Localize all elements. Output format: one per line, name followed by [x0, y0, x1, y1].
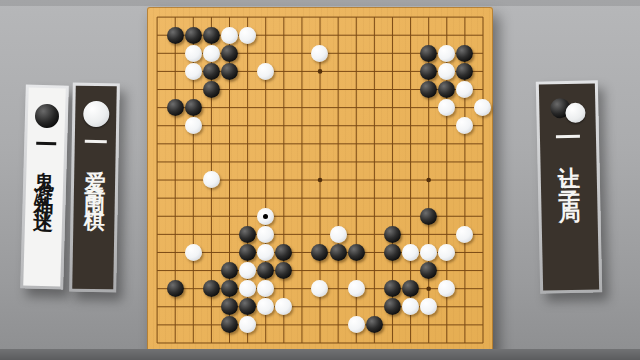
- board-intersection[interactable]: [365, 80, 383, 98]
- board-intersection[interactable]: [293, 135, 311, 153]
- board-intersection[interactable]: [220, 117, 238, 135]
- board-intersection[interactable]: [456, 8, 474, 26]
- board-intersection[interactable]: [456, 298, 474, 316]
- board-intersection[interactable]: [257, 26, 275, 44]
- board-intersection[interactable]: [293, 261, 311, 279]
- board-intersection[interactable]: [239, 171, 257, 189]
- board-intersection[interactable]: [202, 280, 220, 298]
- board-intersection[interactable]: [420, 117, 438, 135]
- board-intersection[interactable]: [383, 280, 401, 298]
- board-intersection[interactable]: [438, 280, 456, 298]
- board-intersection[interactable]: [239, 243, 257, 261]
- board-intersection[interactable]: [166, 280, 184, 298]
- board-intersection[interactable]: [257, 243, 275, 261]
- board-intersection[interactable]: [456, 135, 474, 153]
- board-intersection[interactable]: [456, 225, 474, 243]
- board-intersection[interactable]: [275, 80, 293, 98]
- board-intersection[interactable]: [293, 189, 311, 207]
- board-intersection[interactable]: [257, 80, 275, 98]
- board-intersection[interactable]: [239, 225, 257, 243]
- board-intersection[interactable]: [148, 99, 166, 117]
- board-intersection[interactable]: [474, 62, 492, 80]
- board-intersection[interactable]: [420, 99, 438, 117]
- board-intersection[interactable]: [401, 8, 419, 26]
- board-intersection[interactable]: [438, 62, 456, 80]
- board-intersection[interactable]: [311, 99, 329, 117]
- board-intersection[interactable]: [166, 153, 184, 171]
- board-intersection[interactable]: [401, 207, 419, 225]
- board-intersection[interactable]: [275, 316, 293, 334]
- board-intersection[interactable]: [311, 261, 329, 279]
- board-intersection[interactable]: [420, 135, 438, 153]
- board-intersection[interactable]: [184, 225, 202, 243]
- board-intersection[interactable]: [420, 80, 438, 98]
- board-intersection[interactable]: [239, 26, 257, 44]
- board-intersection[interactable]: [438, 207, 456, 225]
- board-intersection[interactable]: [456, 44, 474, 62]
- board-intersection[interactable]: [474, 44, 492, 62]
- board-intersection[interactable]: [202, 207, 220, 225]
- board-intersection[interactable]: [383, 26, 401, 44]
- board-intersection[interactable]: [329, 80, 347, 98]
- board-intersection[interactable]: [148, 316, 166, 334]
- board-intersection[interactable]: [401, 26, 419, 44]
- board-intersection[interactable]: [401, 80, 419, 98]
- board-intersection[interactable]: [257, 62, 275, 80]
- board-intersection[interactable]: [148, 225, 166, 243]
- board-intersection[interactable]: [184, 298, 202, 316]
- board-intersection[interactable]: [202, 243, 220, 261]
- board-intersection[interactable]: [293, 243, 311, 261]
- board-intersection[interactable]: [383, 62, 401, 80]
- board-intersection[interactable]: [257, 225, 275, 243]
- board-intersection[interactable]: [347, 298, 365, 316]
- board-intersection[interactable]: [275, 62, 293, 80]
- board-intersection[interactable]: [311, 280, 329, 298]
- board-intersection[interactable]: [438, 44, 456, 62]
- board-intersection[interactable]: [202, 80, 220, 98]
- board-intersection[interactable]: [365, 8, 383, 26]
- board-intersection[interactable]: [420, 189, 438, 207]
- board-intersection[interactable]: [438, 80, 456, 98]
- board-intersection[interactable]: [347, 8, 365, 26]
- board-intersection[interactable]: [239, 280, 257, 298]
- board-intersection[interactable]: [383, 135, 401, 153]
- board-intersection[interactable]: [239, 261, 257, 279]
- board-intersection[interactable]: [257, 316, 275, 334]
- board-intersection[interactable]: [383, 80, 401, 98]
- board-intersection[interactable]: [401, 225, 419, 243]
- board-intersection[interactable]: [166, 99, 184, 117]
- board-intersection[interactable]: [202, 44, 220, 62]
- board-intersection[interactable]: [401, 62, 419, 80]
- board-intersection[interactable]: [365, 298, 383, 316]
- board-intersection[interactable]: [148, 44, 166, 62]
- board-intersection[interactable]: [347, 189, 365, 207]
- board-intersection[interactable]: [257, 261, 275, 279]
- board-intersection[interactable]: [474, 153, 492, 171]
- board-intersection[interactable]: [474, 171, 492, 189]
- board-intersection[interactable]: [293, 80, 311, 98]
- board-intersection[interactable]: [257, 280, 275, 298]
- board-intersection[interactable]: [293, 8, 311, 26]
- board-intersection[interactable]: [311, 80, 329, 98]
- board-intersection[interactable]: [383, 153, 401, 171]
- board-intersection[interactable]: [311, 207, 329, 225]
- board-intersection[interactable]: [347, 280, 365, 298]
- board-intersection[interactable]: [220, 280, 238, 298]
- board-intersection[interactable]: [202, 99, 220, 117]
- board-intersection[interactable]: [438, 316, 456, 334]
- board-intersection[interactable]: [275, 261, 293, 279]
- board-intersection[interactable]: [438, 171, 456, 189]
- board-intersection[interactable]: [275, 243, 293, 261]
- board-intersection[interactable]: [184, 316, 202, 334]
- board-intersection[interactable]: [329, 44, 347, 62]
- board-intersection[interactable]: [347, 26, 365, 44]
- board-intersection[interactable]: [202, 26, 220, 44]
- board-intersection[interactable]: [239, 135, 257, 153]
- board-intersection[interactable]: [311, 62, 329, 80]
- board-intersection[interactable]: [202, 316, 220, 334]
- board-intersection[interactable]: [456, 280, 474, 298]
- board-intersection[interactable]: [365, 207, 383, 225]
- board-intersection[interactable]: [166, 8, 184, 26]
- board-intersection[interactable]: [401, 243, 419, 261]
- board-intersection[interactable]: [474, 8, 492, 26]
- board-intersection[interactable]: [257, 99, 275, 117]
- board-intersection[interactable]: [220, 298, 238, 316]
- board-intersection[interactable]: [220, 8, 238, 26]
- board-intersection[interactable]: [311, 135, 329, 153]
- board-intersection[interactable]: [401, 280, 419, 298]
- board-intersection[interactable]: [420, 207, 438, 225]
- board-intersection[interactable]: [401, 99, 419, 117]
- board-intersection[interactable]: [148, 153, 166, 171]
- board-intersection[interactable]: [202, 62, 220, 80]
- board-intersection[interactable]: [311, 26, 329, 44]
- board-intersection[interactable]: [401, 117, 419, 135]
- board-intersection[interactable]: [275, 117, 293, 135]
- board-intersection[interactable]: [166, 261, 184, 279]
- board-intersection[interactable]: [166, 225, 184, 243]
- board-intersection[interactable]: [257, 135, 275, 153]
- board-intersection[interactable]: [166, 189, 184, 207]
- board-intersection[interactable]: [311, 298, 329, 316]
- board-intersection[interactable]: [202, 298, 220, 316]
- board-intersection[interactable]: [148, 171, 166, 189]
- board-intersection[interactable]: [293, 44, 311, 62]
- board-intersection[interactable]: [220, 225, 238, 243]
- board-intersection[interactable]: [148, 243, 166, 261]
- board-intersection[interactable]: [365, 171, 383, 189]
- board-intersection[interactable]: [474, 316, 492, 334]
- board-intersection[interactable]: [438, 261, 456, 279]
- board-intersection[interactable]: [220, 207, 238, 225]
- board-intersection[interactable]: [365, 117, 383, 135]
- board-intersection[interactable]: [365, 26, 383, 44]
- board-intersection[interactable]: [329, 225, 347, 243]
- board-intersection[interactable]: [166, 62, 184, 80]
- board-intersection[interactable]: [202, 261, 220, 279]
- board-intersection[interactable]: [438, 8, 456, 26]
- board-intersection[interactable]: [420, 316, 438, 334]
- board-intersection[interactable]: [474, 80, 492, 98]
- board-intersection[interactable]: [184, 280, 202, 298]
- board-intersection[interactable]: [347, 261, 365, 279]
- board-intersection[interactable]: [275, 153, 293, 171]
- board-intersection[interactable]: [311, 189, 329, 207]
- board-intersection[interactable]: [148, 80, 166, 98]
- board-intersection[interactable]: [329, 261, 347, 279]
- board-intersection[interactable]: [456, 171, 474, 189]
- board-intersection[interactable]: [293, 316, 311, 334]
- board-intersection[interactable]: [275, 8, 293, 26]
- board-intersection[interactable]: [365, 153, 383, 171]
- board-intersection[interactable]: [220, 80, 238, 98]
- board-intersection[interactable]: [239, 62, 257, 80]
- board-intersection[interactable]: [365, 261, 383, 279]
- board-intersection[interactable]: [383, 243, 401, 261]
- board-intersection[interactable]: [365, 225, 383, 243]
- board-intersection[interactable]: [383, 316, 401, 334]
- board-intersection[interactable]: [420, 26, 438, 44]
- board-intersection[interactable]: [220, 99, 238, 117]
- board-intersection[interactable]: [257, 153, 275, 171]
- board-intersection[interactable]: [474, 207, 492, 225]
- board-intersection[interactable]: [184, 117, 202, 135]
- board-intersection[interactable]: [383, 189, 401, 207]
- board-intersection[interactable]: [329, 316, 347, 334]
- board-intersection[interactable]: [293, 62, 311, 80]
- board-intersection[interactable]: [275, 26, 293, 44]
- board-intersection[interactable]: [148, 8, 166, 26]
- board-intersection[interactable]: [148, 26, 166, 44]
- board-intersection[interactable]: [275, 171, 293, 189]
- board-intersection[interactable]: [456, 207, 474, 225]
- board-intersection[interactable]: [239, 80, 257, 98]
- board-intersection[interactable]: [220, 171, 238, 189]
- board-intersection[interactable]: [456, 26, 474, 44]
- board-intersection[interactable]: [401, 44, 419, 62]
- board-intersection[interactable]: [438, 189, 456, 207]
- board-intersection[interactable]: [202, 171, 220, 189]
- board-intersection[interactable]: [438, 135, 456, 153]
- board-intersection[interactable]: [347, 316, 365, 334]
- board-intersection[interactable]: [347, 243, 365, 261]
- board-intersection[interactable]: [166, 135, 184, 153]
- board-intersection[interactable]: [239, 44, 257, 62]
- board-intersection[interactable]: [257, 189, 275, 207]
- board-intersection[interactable]: [401, 189, 419, 207]
- board-intersection[interactable]: [184, 135, 202, 153]
- board-intersection[interactable]: [148, 135, 166, 153]
- board-intersection[interactable]: [347, 99, 365, 117]
- board-intersection[interactable]: [311, 316, 329, 334]
- board-intersection[interactable]: [220, 135, 238, 153]
- board-intersection[interactable]: [184, 80, 202, 98]
- board-intersection[interactable]: [293, 225, 311, 243]
- board-intersection[interactable]: [166, 207, 184, 225]
- board-intersection[interactable]: [275, 280, 293, 298]
- board-intersection[interactable]: [401, 135, 419, 153]
- board-intersection[interactable]: [257, 117, 275, 135]
- board-intersection[interactable]: [239, 298, 257, 316]
- board-intersection[interactable]: [456, 261, 474, 279]
- board-intersection[interactable]: [329, 189, 347, 207]
- board-intersection[interactable]: [239, 207, 257, 225]
- board-intersection[interactable]: [474, 99, 492, 117]
- board-intersection[interactable]: [239, 99, 257, 117]
- board-intersection[interactable]: [329, 135, 347, 153]
- board-intersection[interactable]: [401, 298, 419, 316]
- board-intersection[interactable]: [239, 153, 257, 171]
- board-intersection[interactable]: [148, 207, 166, 225]
- board-intersection[interactable]: [474, 135, 492, 153]
- board-intersection[interactable]: [257, 44, 275, 62]
- board-intersection[interactable]: [311, 225, 329, 243]
- board-intersection[interactable]: [401, 261, 419, 279]
- board-intersection[interactable]: [311, 171, 329, 189]
- board-intersection[interactable]: [311, 8, 329, 26]
- board-intersection[interactable]: [420, 171, 438, 189]
- board-intersection[interactable]: [456, 243, 474, 261]
- board-intersection[interactable]: [383, 44, 401, 62]
- board-intersection[interactable]: [456, 189, 474, 207]
- board-intersection[interactable]: [311, 44, 329, 62]
- board-intersection[interactable]: [293, 99, 311, 117]
- board-intersection[interactable]: [438, 153, 456, 171]
- board-intersection[interactable]: [456, 80, 474, 98]
- board-intersection[interactable]: [239, 8, 257, 26]
- board-intersection[interactable]: [365, 189, 383, 207]
- board-intersection[interactable]: [383, 261, 401, 279]
- board-intersection[interactable]: [184, 8, 202, 26]
- board-intersection[interactable]: [329, 298, 347, 316]
- board-intersection[interactable]: [166, 117, 184, 135]
- board-intersection[interactable]: [420, 225, 438, 243]
- board-intersection[interactable]: [184, 171, 202, 189]
- board-intersection[interactable]: [365, 62, 383, 80]
- board-intersection[interactable]: [347, 171, 365, 189]
- board-intersection[interactable]: [365, 280, 383, 298]
- board-intersection[interactable]: [148, 189, 166, 207]
- board-intersection[interactable]: [347, 80, 365, 98]
- board-intersection[interactable]: [202, 189, 220, 207]
- board-intersection[interactable]: [456, 99, 474, 117]
- board-intersection[interactable]: [347, 44, 365, 62]
- board-intersection[interactable]: [184, 207, 202, 225]
- board-intersection[interactable]: [329, 62, 347, 80]
- board-intersection[interactable]: [401, 316, 419, 334]
- board-intersection[interactable]: [220, 26, 238, 44]
- board-intersection[interactable]: [202, 117, 220, 135]
- board-intersection[interactable]: [420, 243, 438, 261]
- board-intersection[interactable]: [438, 298, 456, 316]
- board-intersection[interactable]: [420, 8, 438, 26]
- board-intersection[interactable]: [347, 153, 365, 171]
- board-intersection[interactable]: [166, 26, 184, 44]
- board-intersection[interactable]: [365, 243, 383, 261]
- board-intersection[interactable]: [456, 62, 474, 80]
- board-intersection[interactable]: [438, 26, 456, 44]
- board-intersection[interactable]: [184, 153, 202, 171]
- board-intersection[interactable]: [474, 261, 492, 279]
- board-intersection[interactable]: [202, 8, 220, 26]
- board-intersection[interactable]: [293, 171, 311, 189]
- board-intersection[interactable]: [275, 225, 293, 243]
- board-intersection[interactable]: [275, 189, 293, 207]
- board-intersection[interactable]: [365, 99, 383, 117]
- board-intersection[interactable]: [148, 280, 166, 298]
- board-intersection[interactable]: [275, 99, 293, 117]
- board-intersection[interactable]: [438, 99, 456, 117]
- board-intersection[interactable]: [257, 8, 275, 26]
- board-intersection[interactable]: [184, 26, 202, 44]
- board-intersection[interactable]: [184, 44, 202, 62]
- board-intersection[interactable]: [220, 62, 238, 80]
- board-intersection[interactable]: [202, 225, 220, 243]
- board-intersection[interactable]: [239, 189, 257, 207]
- board-intersection[interactable]: [347, 135, 365, 153]
- board-intersection[interactable]: [166, 44, 184, 62]
- board-intersection[interactable]: [383, 171, 401, 189]
- board-intersection[interactable]: [383, 117, 401, 135]
- board-intersection[interactable]: [329, 207, 347, 225]
- board-intersection[interactable]: [329, 99, 347, 117]
- board-intersection[interactable]: [184, 189, 202, 207]
- board-intersection[interactable]: [184, 62, 202, 80]
- board-intersection[interactable]: [293, 207, 311, 225]
- board-intersection[interactable]: [220, 261, 238, 279]
- board-intersection[interactable]: [456, 153, 474, 171]
- board-intersection[interactable]: [347, 207, 365, 225]
- board-intersection[interactable]: [184, 99, 202, 117]
- board-intersection[interactable]: [166, 80, 184, 98]
- board-intersection[interactable]: [166, 316, 184, 334]
- board-intersection[interactable]: [202, 135, 220, 153]
- board-intersection[interactable]: [202, 153, 220, 171]
- board-intersection[interactable]: [474, 280, 492, 298]
- board-intersection[interactable]: [166, 171, 184, 189]
- board-intersection[interactable]: [275, 207, 293, 225]
- board-intersection[interactable]: [420, 62, 438, 80]
- board-intersection[interactable]: [275, 44, 293, 62]
- board-intersection[interactable]: [329, 171, 347, 189]
- board-intersection[interactable]: [347, 117, 365, 135]
- board-intersection[interactable]: [220, 44, 238, 62]
- board-intersection[interactable]: [220, 153, 238, 171]
- board-intersection[interactable]: [329, 243, 347, 261]
- board-intersection[interactable]: [438, 243, 456, 261]
- board-intersection[interactable]: [311, 243, 329, 261]
- board-intersection[interactable]: [293, 26, 311, 44]
- board-intersection[interactable]: [275, 298, 293, 316]
- board-intersection[interactable]: [474, 189, 492, 207]
- board-intersection[interactable]: [184, 261, 202, 279]
- board-intersection[interactable]: [148, 117, 166, 135]
- board-intersection[interactable]: [293, 117, 311, 135]
- board-intersection[interactable]: [311, 153, 329, 171]
- board-intersection[interactable]: [257, 207, 275, 225]
- board-intersection[interactable]: [474, 225, 492, 243]
- board-intersection[interactable]: [438, 117, 456, 135]
- board-intersection[interactable]: [438, 225, 456, 243]
- board-intersection[interactable]: [329, 8, 347, 26]
- board-intersection[interactable]: [329, 153, 347, 171]
- board-intersection[interactable]: [383, 99, 401, 117]
- board-intersection[interactable]: [474, 26, 492, 44]
